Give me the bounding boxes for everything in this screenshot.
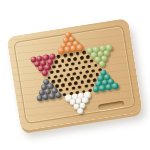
marble-white[interactable] bbox=[77, 107, 84, 114]
board-cell bbox=[55, 93, 62, 99]
photo-scene bbox=[0, 0, 150, 150]
board-cell bbox=[112, 84, 119, 90]
board-row bbox=[77, 109, 84, 115]
board-cell bbox=[77, 109, 84, 115]
chinese-checkers-board bbox=[6, 18, 142, 131]
star-grid bbox=[27, 27, 122, 121]
board-cell bbox=[98, 62, 105, 68]
marble-gray[interactable] bbox=[55, 91, 62, 98]
marble-teal[interactable] bbox=[112, 82, 119, 89]
